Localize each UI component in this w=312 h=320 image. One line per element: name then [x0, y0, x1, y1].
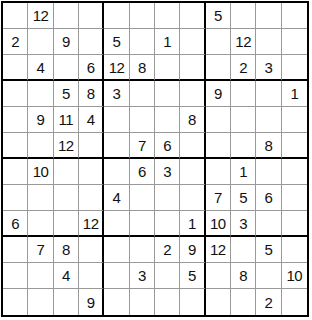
cell-r12c10[interactable]	[231, 289, 256, 315]
cell-r1c7[interactable]	[155, 3, 180, 29]
cell-r12c12[interactable]	[282, 289, 307, 315]
given-number: 2	[163, 242, 171, 257]
cell-r9c6[interactable]	[130, 211, 155, 237]
cell-r8c2[interactable]	[28, 185, 53, 211]
cell-r7c11[interactable]	[256, 159, 281, 185]
cell-r3c1[interactable]	[3, 55, 28, 81]
cell-r11c9[interactable]	[206, 263, 231, 289]
given-number: 9	[214, 86, 222, 101]
cell-r12c3[interactable]	[54, 289, 79, 315]
cell-r6c12[interactable]	[282, 133, 307, 159]
cell-r7c7[interactable]: 3	[155, 159, 180, 185]
given-number: 5	[214, 8, 222, 23]
cell-r5c8[interactable]: 8	[180, 107, 205, 133]
cell-r2c6[interactable]	[130, 29, 155, 55]
cell-r12c7[interactable]	[155, 289, 180, 315]
cell-r12c9[interactable]	[206, 289, 231, 315]
cell-r10c4[interactable]	[79, 237, 104, 263]
given-number: 1	[239, 164, 247, 179]
cell-r12c8[interactable]	[180, 289, 205, 315]
cell-r2c9[interactable]	[206, 29, 231, 55]
given-number: 3	[113, 86, 121, 101]
cell-r10c3[interactable]: 8	[54, 237, 79, 263]
cell-r2c1[interactable]: 2	[3, 29, 28, 55]
given-number: 8	[62, 242, 70, 257]
given-number: 12	[210, 242, 226, 257]
given-number: 1	[163, 34, 171, 49]
cell-r6c4[interactable]	[79, 133, 104, 159]
cell-r7c8[interactable]	[180, 159, 205, 185]
given-number: 7	[214, 190, 222, 205]
sudoku-page: 1252951124612823583919114812768106314756…	[0, 0, 311, 319]
given-number: 8	[138, 60, 146, 75]
cell-r9c2[interactable]	[28, 211, 53, 237]
cell-r2c8[interactable]	[180, 29, 205, 55]
given-number: 1	[290, 86, 298, 101]
given-number: 9	[37, 112, 45, 127]
cell-r5c2[interactable]: 9	[28, 107, 53, 133]
cell-r4c6[interactable]	[130, 81, 155, 107]
given-number: 5	[188, 268, 196, 283]
cell-r1c3[interactable]	[54, 3, 79, 29]
cell-r4c2[interactable]	[28, 81, 53, 107]
cell-r5c4[interactable]: 4	[79, 107, 104, 133]
given-number: 12	[109, 60, 125, 75]
cell-r12c4[interactable]: 9	[79, 289, 104, 315]
given-number: 4	[62, 268, 70, 283]
cell-r3c2[interactable]: 4	[28, 55, 53, 81]
cell-r5c6[interactable]	[130, 107, 155, 133]
cell-r3c10[interactable]: 2	[231, 55, 256, 81]
given-number: 5	[265, 242, 273, 257]
cell-r10c12[interactable]	[282, 237, 307, 263]
cell-r5c11[interactable]	[256, 107, 281, 133]
given-number: 6	[163, 138, 171, 153]
cell-r11c7[interactable]	[155, 263, 180, 289]
cell-r12c11[interactable]: 2	[256, 289, 281, 315]
cell-r8c4[interactable]	[79, 185, 104, 211]
cell-r3c3[interactable]	[54, 55, 79, 81]
cell-r5c9[interactable]	[206, 107, 231, 133]
cell-r12c1[interactable]	[3, 289, 28, 315]
cell-r7c3[interactable]	[54, 159, 79, 185]
cell-r2c2[interactable]	[28, 29, 53, 55]
given-number: 4	[87, 112, 95, 127]
given-number: 9	[62, 34, 70, 49]
given-number: 8	[239, 268, 247, 283]
sudoku-board: 1252951124612823583919114812768106314756…	[1, 1, 309, 317]
given-number: 2	[265, 295, 273, 310]
cell-r3c4[interactable]: 6	[79, 55, 104, 81]
cell-r7c12[interactable]	[282, 159, 307, 185]
cell-r8c10[interactable]: 5	[231, 185, 256, 211]
given-number: 12	[83, 216, 99, 231]
cell-r2c4[interactable]	[79, 29, 104, 55]
cell-r10c2[interactable]: 7	[28, 237, 53, 263]
cell-r1c4[interactable]	[79, 3, 104, 29]
cell-r5c1[interactable]	[3, 107, 28, 133]
given-number: 5	[239, 190, 247, 205]
cell-r9c12[interactable]	[282, 211, 307, 237]
cell-r8c9[interactable]: 7	[206, 185, 231, 211]
cell-r3c5[interactable]: 12	[104, 55, 129, 81]
cell-r10c5[interactable]	[104, 237, 129, 263]
cell-r3c12[interactable]	[282, 55, 307, 81]
cell-r10c10[interactable]	[231, 237, 256, 263]
given-number: 7	[138, 138, 146, 153]
cell-r8c8[interactable]	[180, 185, 205, 211]
cell-r10c8[interactable]: 9	[180, 237, 205, 263]
cell-r6c1[interactable]	[3, 133, 28, 159]
given-number: 4	[37, 60, 45, 75]
cell-r10c11[interactable]: 5	[256, 237, 281, 263]
cell-r9c4[interactable]: 12	[79, 211, 104, 237]
cell-r4c11[interactable]	[256, 81, 281, 107]
given-number: 2	[239, 60, 247, 75]
cell-r2c11[interactable]	[256, 29, 281, 55]
cell-r11c3[interactable]: 4	[54, 263, 79, 289]
cell-r6c8[interactable]	[180, 133, 205, 159]
cell-r4c12[interactable]: 1	[282, 81, 307, 107]
cell-r11c10[interactable]: 8	[231, 263, 256, 289]
cell-r11c2[interactable]	[28, 263, 53, 289]
cell-r4c9[interactable]: 9	[206, 81, 231, 107]
cell-r12c5[interactable]	[104, 289, 129, 315]
given-number: 7	[37, 242, 45, 257]
cell-r5c5[interactable]	[104, 107, 129, 133]
cell-r8c11[interactable]: 6	[256, 185, 281, 211]
cell-r7c9[interactable]	[206, 159, 231, 185]
given-number: 3	[265, 60, 273, 75]
cell-r6c9[interactable]	[206, 133, 231, 159]
cell-r4c1[interactable]	[3, 81, 28, 107]
cell-r3c11[interactable]: 3	[256, 55, 281, 81]
cell-r10c1[interactable]	[3, 237, 28, 263]
cell-r5c7[interactable]	[155, 107, 180, 133]
given-number: 10	[210, 216, 226, 231]
cell-r12c6[interactable]	[130, 289, 155, 315]
cell-r2c3[interactable]: 9	[54, 29, 79, 55]
given-number: 2	[11, 34, 19, 49]
cell-r1c6[interactable]	[130, 3, 155, 29]
cell-r1c9[interactable]: 5	[206, 3, 231, 29]
cell-r1c1[interactable]	[3, 3, 28, 29]
cell-r1c12[interactable]	[282, 3, 307, 29]
cell-r8c3[interactable]	[54, 185, 79, 211]
cell-r9c9[interactable]: 10	[206, 211, 231, 237]
given-number: 1	[188, 216, 196, 231]
cell-r3c8[interactable]	[180, 55, 205, 81]
given-number: 3	[239, 216, 247, 231]
cell-r4c10[interactable]	[231, 81, 256, 107]
cell-r2c12[interactable]	[282, 29, 307, 55]
cell-r9c11[interactable]	[256, 211, 281, 237]
cell-r4c8[interactable]	[180, 81, 205, 107]
cell-r4c4[interactable]: 8	[79, 81, 104, 107]
cell-r5c12[interactable]	[282, 107, 307, 133]
cell-r5c3[interactable]: 11	[54, 107, 79, 133]
given-number: 12	[33, 8, 49, 23]
cell-r6c2[interactable]	[28, 133, 53, 159]
cell-r4c3[interactable]: 5	[54, 81, 79, 107]
given-number: 6	[87, 60, 95, 75]
given-number: 5	[62, 86, 70, 101]
given-number: 6	[11, 216, 19, 231]
cell-r6c10[interactable]	[231, 133, 256, 159]
cell-r11c1[interactable]	[3, 263, 28, 289]
cell-r6c5[interactable]	[104, 133, 129, 159]
given-number: 5	[113, 34, 121, 49]
cell-r11c4[interactable]	[79, 263, 104, 289]
cell-r9c1[interactable]: 6	[3, 211, 28, 237]
given-number: 10	[33, 164, 49, 179]
given-number: 3	[163, 164, 171, 179]
given-number: 8	[265, 138, 273, 153]
cell-r9c10[interactable]: 3	[231, 211, 256, 237]
given-number: 12	[58, 138, 74, 153]
cell-r11c11[interactable]	[256, 263, 281, 289]
given-number: 6	[265, 190, 273, 205]
cell-r11c12[interactable]: 10	[282, 263, 307, 289]
cell-r1c2[interactable]: 12	[28, 3, 53, 29]
cell-r4c7[interactable]	[155, 81, 180, 107]
cell-r2c5[interactable]: 5	[104, 29, 129, 55]
given-number: 9	[188, 242, 196, 257]
cell-r7c4[interactable]	[79, 159, 104, 185]
cell-r1c5[interactable]	[104, 3, 129, 29]
given-number: 12	[235, 34, 251, 49]
given-number: 8	[188, 112, 196, 127]
given-number: 11	[59, 112, 74, 127]
cell-r11c5[interactable]	[104, 263, 129, 289]
cell-r8c7[interactable]	[155, 185, 180, 211]
cell-r6c3[interactable]: 12	[54, 133, 79, 159]
cell-r1c11[interactable]	[256, 3, 281, 29]
cell-r3c6[interactable]: 8	[130, 55, 155, 81]
cell-r8c1[interactable]	[3, 185, 28, 211]
cell-r6c7[interactable]: 6	[155, 133, 180, 159]
cell-r6c6[interactable]: 7	[130, 133, 155, 159]
cell-r7c5[interactable]	[104, 159, 129, 185]
cell-r9c3[interactable]	[54, 211, 79, 237]
cell-r7c6[interactable]: 6	[130, 159, 155, 185]
cell-r12c2[interactable]	[28, 289, 53, 315]
cell-r8c5[interactable]: 4	[104, 185, 129, 211]
cell-r3c9[interactable]	[206, 55, 231, 81]
cell-r2c10[interactable]: 12	[231, 29, 256, 55]
cell-r9c5[interactable]	[104, 211, 129, 237]
cell-r7c10[interactable]: 1	[231, 159, 256, 185]
given-number: 9	[87, 295, 95, 310]
cell-r8c12[interactable]	[282, 185, 307, 211]
cell-r11c6[interactable]: 3	[130, 263, 155, 289]
cell-r3c7[interactable]	[155, 55, 180, 81]
cell-r5c10[interactable]	[231, 107, 256, 133]
cell-r11c8[interactable]: 5	[180, 263, 205, 289]
given-number: 3	[138, 268, 146, 283]
given-number: 4	[113, 190, 121, 205]
cell-r10c7[interactable]: 2	[155, 237, 180, 263]
cell-r6c11[interactable]: 8	[256, 133, 281, 159]
cell-r8c6[interactable]	[130, 185, 155, 211]
cell-r10c9[interactable]: 12	[206, 237, 231, 263]
given-number: 6	[138, 164, 146, 179]
cell-r2c7[interactable]: 1	[155, 29, 180, 55]
cell-r10c6[interactable]	[130, 237, 155, 263]
cell-r1c10[interactable]	[231, 3, 256, 29]
cell-r4c5[interactable]: 3	[104, 81, 129, 107]
cell-r9c8[interactable]: 1	[180, 211, 205, 237]
given-number: 10	[286, 268, 302, 283]
cell-r1c8[interactable]	[180, 3, 205, 29]
cell-r7c2[interactable]: 10	[28, 159, 53, 185]
cell-r9c7[interactable]	[155, 211, 180, 237]
given-number: 8	[87, 86, 95, 101]
cell-r7c1[interactable]	[3, 159, 28, 185]
